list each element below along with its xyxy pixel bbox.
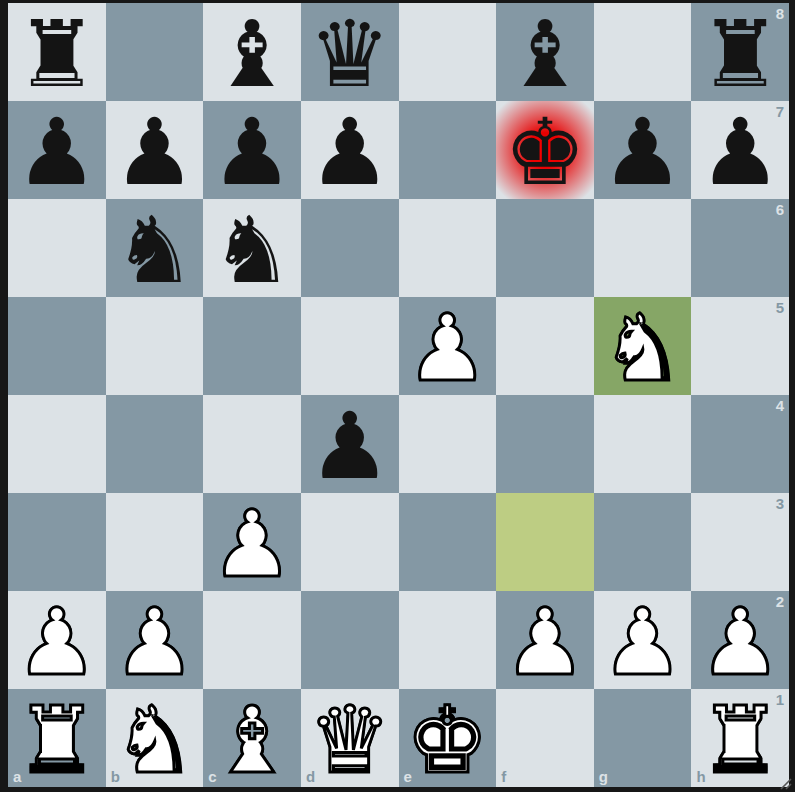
white-pawn[interactable]: ♟ [699, 597, 781, 689]
square-b4[interactable] [106, 395, 204, 493]
square-a5[interactable] [8, 297, 106, 395]
square-c8[interactable]: ♝ [203, 3, 301, 101]
square-a6[interactable] [8, 199, 106, 297]
square-g5[interactable]: ♞ [594, 297, 692, 395]
black-bishop[interactable]: ♝ [211, 9, 293, 101]
black-rook[interactable]: ♜ [16, 9, 98, 101]
black-pawn[interactable]: ♟ [113, 107, 195, 199]
square-f2[interactable]: ♟ [496, 591, 594, 689]
square-d7[interactable]: ♟ [301, 101, 399, 199]
black-pawn[interactable]: ♟ [211, 107, 293, 199]
square-b6[interactable]: ♞ [106, 199, 204, 297]
white-knight[interactable]: ♞ [113, 695, 195, 787]
square-h7[interactable]: ♟7 [691, 101, 789, 199]
square-f1[interactable]: f [496, 689, 594, 787]
white-pawn[interactable]: ♟ [211, 499, 293, 591]
square-c6[interactable]: ♞ [203, 199, 301, 297]
square-e1[interactable]: ♚e [399, 689, 497, 787]
white-rook[interactable]: ♜ [16, 695, 98, 787]
black-king[interactable]: ♚ [504, 107, 586, 199]
square-b7[interactable]: ♟ [106, 101, 204, 199]
square-a8[interactable]: ♜ [8, 3, 106, 101]
square-g2[interactable]: ♟ [594, 591, 692, 689]
square-a7[interactable]: ♟ [8, 101, 106, 199]
square-h1[interactable]: ♜h1 [691, 689, 789, 787]
square-h2[interactable]: ♟2 [691, 591, 789, 689]
black-knight[interactable]: ♞ [113, 205, 195, 297]
square-c1[interactable]: ♝c [203, 689, 301, 787]
black-knight[interactable]: ♞ [211, 205, 293, 297]
black-queen[interactable]: ♛ [308, 9, 390, 101]
square-f8[interactable]: ♝ [496, 3, 594, 101]
white-pawn[interactable]: ♟ [16, 597, 98, 689]
white-knight[interactable]: ♞ [601, 303, 683, 395]
white-rook[interactable]: ♜ [699, 695, 781, 787]
white-king[interactable]: ♚ [406, 695, 488, 787]
white-pawn[interactable]: ♟ [504, 597, 586, 689]
square-a2[interactable]: ♟ [8, 591, 106, 689]
square-f6[interactable] [496, 199, 594, 297]
square-a4[interactable] [8, 395, 106, 493]
square-d4[interactable]: ♟ [301, 395, 399, 493]
white-queen[interactable]: ♛ [308, 695, 390, 787]
square-g4[interactable] [594, 395, 692, 493]
resize-handle[interactable] [778, 776, 792, 790]
square-d6[interactable] [301, 199, 399, 297]
square-c5[interactable] [203, 297, 301, 395]
square-d5[interactable] [301, 297, 399, 395]
square-e3[interactable] [399, 493, 497, 591]
white-pawn[interactable]: ♟ [406, 303, 488, 395]
square-c7[interactable]: ♟ [203, 101, 301, 199]
square-h6[interactable]: 6 [691, 199, 789, 297]
black-pawn[interactable]: ♟ [308, 401, 390, 493]
square-g6[interactable] [594, 199, 692, 297]
square-h5[interactable]: 5 [691, 297, 789, 395]
square-c3[interactable]: ♟ [203, 493, 301, 591]
black-pawn[interactable]: ♟ [16, 107, 98, 199]
square-e4[interactable] [399, 395, 497, 493]
square-g1[interactable]: g [594, 689, 692, 787]
square-a3[interactable] [8, 493, 106, 591]
rank-label-3: 3 [776, 495, 784, 512]
square-e5[interactable]: ♟ [399, 297, 497, 395]
black-pawn[interactable]: ♟ [308, 107, 390, 199]
square-f7[interactable]: ♚ [496, 101, 594, 199]
square-d2[interactable] [301, 591, 399, 689]
square-g3[interactable] [594, 493, 692, 591]
square-h3[interactable]: 3 [691, 493, 789, 591]
square-b2[interactable]: ♟ [106, 591, 204, 689]
chess-board: ♜♝♛♝♜8♟♟♟♟♚♟♟7♞♞6♟♞5♟4♟3♟♟♟♟♟2♜a♞b♝c♛d♚e… [8, 3, 789, 787]
square-e2[interactable] [399, 591, 497, 689]
square-c2[interactable] [203, 591, 301, 689]
resize-handle-icon [778, 776, 792, 790]
rank-label-5: 5 [776, 299, 784, 316]
square-f5[interactable] [496, 297, 594, 395]
square-b3[interactable] [106, 493, 204, 591]
black-rook[interactable]: ♜ [699, 9, 781, 101]
black-pawn[interactable]: ♟ [601, 107, 683, 199]
white-pawn[interactable]: ♟ [113, 597, 195, 689]
white-bishop[interactable]: ♝ [211, 695, 293, 787]
square-e7[interactable] [399, 101, 497, 199]
square-h8[interactable]: ♜8 [691, 3, 789, 101]
file-label-f: f [501, 768, 506, 785]
square-d1[interactable]: ♛d [301, 689, 399, 787]
square-c4[interactable] [203, 395, 301, 493]
square-f3[interactable] [496, 493, 594, 591]
rank-label-4: 4 [776, 397, 784, 414]
square-b1[interactable]: ♞b [106, 689, 204, 787]
square-e6[interactable] [399, 199, 497, 297]
square-b8[interactable] [106, 3, 204, 101]
square-a1[interactable]: ♜a [8, 689, 106, 787]
black-bishop[interactable]: ♝ [504, 9, 586, 101]
square-g8[interactable] [594, 3, 692, 101]
square-f4[interactable] [496, 395, 594, 493]
black-pawn[interactable]: ♟ [699, 107, 781, 199]
file-label-g: g [599, 768, 608, 785]
square-h4[interactable]: 4 [691, 395, 789, 493]
square-g7[interactable]: ♟ [594, 101, 692, 199]
square-b5[interactable] [106, 297, 204, 395]
square-d3[interactable] [301, 493, 399, 591]
square-d8[interactable]: ♛ [301, 3, 399, 101]
white-pawn[interactable]: ♟ [601, 597, 683, 689]
square-e8[interactable] [399, 3, 497, 101]
